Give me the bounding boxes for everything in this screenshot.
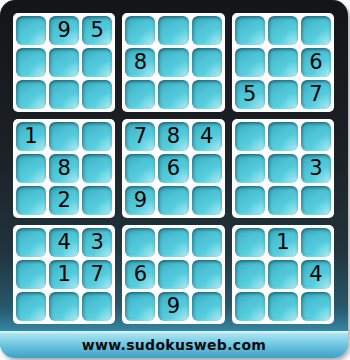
cell-r1c1[interactable] (16, 16, 46, 45)
cell-r3c3[interactable] (82, 80, 112, 109)
cell-r3c1[interactable] (16, 80, 46, 109)
cell-r6c2[interactable]: 2 (49, 186, 79, 215)
cell-r5c2[interactable]: 8 (49, 154, 79, 183)
cell-r7c2[interactable]: 4 (49, 228, 79, 257)
board-frame: 95865718278469343176914 (0, 0, 348, 331)
cell-r1c8[interactable] (268, 16, 298, 45)
cell-r5c5[interactable]: 6 (158, 154, 188, 183)
cell-r7c6[interactable] (192, 228, 222, 257)
block-1-3: 657 (232, 13, 334, 112)
cell-r7c5[interactable] (158, 228, 188, 257)
cell-r7c9[interactable] (301, 228, 331, 257)
cell-r7c3[interactable]: 3 (82, 228, 112, 257)
block-1-1: 95 (13, 13, 115, 112)
cell-r1c3[interactable]: 5 (82, 16, 112, 45)
cell-r6c9[interactable] (301, 186, 331, 215)
cell-r8c1[interactable] (16, 260, 46, 289)
cell-r8c7[interactable] (235, 260, 265, 289)
cell-r5c4[interactable] (125, 154, 155, 183)
cell-r9c8[interactable] (268, 292, 298, 321)
cell-r3c6[interactable] (192, 80, 222, 109)
cell-r9c2[interactable] (49, 292, 79, 321)
cell-r2c4[interactable]: 8 (125, 48, 155, 77)
cell-r8c8[interactable] (268, 260, 298, 289)
cell-r2c8[interactable] (268, 48, 298, 77)
cell-r9c6[interactable] (192, 292, 222, 321)
cell-r5c8[interactable] (268, 154, 298, 183)
cell-r6c3[interactable] (82, 186, 112, 215)
cell-r4c5[interactable]: 8 (158, 122, 188, 151)
cell-r6c5[interactable] (158, 186, 188, 215)
cell-r2c1[interactable] (16, 48, 46, 77)
cell-r6c4[interactable]: 9 (125, 186, 155, 215)
cell-r2c9[interactable]: 6 (301, 48, 331, 77)
cell-r1c2[interactable]: 9 (49, 16, 79, 45)
cell-r6c8[interactable] (268, 186, 298, 215)
cell-r8c6[interactable] (192, 260, 222, 289)
cell-r6c6[interactable] (192, 186, 222, 215)
block-2-1: 182 (13, 119, 115, 218)
cell-r2c6[interactable] (192, 48, 222, 77)
cell-r5c1[interactable] (16, 154, 46, 183)
cell-r9c4[interactable] (125, 292, 155, 321)
cell-r1c9[interactable] (301, 16, 331, 45)
cell-r1c6[interactable] (192, 16, 222, 45)
cell-r3c5[interactable] (158, 80, 188, 109)
cell-r4c3[interactable] (82, 122, 112, 151)
cell-r3c9[interactable]: 7 (301, 80, 331, 109)
cell-r5c3[interactable] (82, 154, 112, 183)
cell-r7c4[interactable] (125, 228, 155, 257)
cell-r6c1[interactable] (16, 186, 46, 215)
cell-r2c2[interactable] (49, 48, 79, 77)
cell-r7c8[interactable]: 1 (268, 228, 298, 257)
cell-r4c9[interactable] (301, 122, 331, 151)
cell-r4c1[interactable]: 1 (16, 122, 46, 151)
sudoku-page: 95865718278469343176914 www.sudokusweb.c… (0, 0, 350, 360)
cell-r8c9[interactable]: 4 (301, 260, 331, 289)
cell-r9c3[interactable] (82, 292, 112, 321)
cell-r8c4[interactable]: 6 (125, 260, 155, 289)
cell-r5c9[interactable]: 3 (301, 154, 331, 183)
sudoku-grid: 95865718278469343176914 (13, 13, 334, 324)
site-url-link[interactable]: www.sudokusweb.com (82, 337, 266, 353)
cell-r9c7[interactable] (235, 292, 265, 321)
cell-r3c2[interactable] (49, 80, 79, 109)
cell-r1c5[interactable] (158, 16, 188, 45)
cell-r8c5[interactable] (158, 260, 188, 289)
block-2-3: 3 (232, 119, 334, 218)
sudoku-board: 95865718278469343176914 www.sudokusweb.c… (0, 0, 348, 358)
cell-r9c1[interactable] (16, 292, 46, 321)
cell-r4c4[interactable]: 7 (125, 122, 155, 151)
cell-r1c4[interactable] (125, 16, 155, 45)
cell-r9c9[interactable] (301, 292, 331, 321)
cell-r3c7[interactable]: 5 (235, 80, 265, 109)
cell-r9c5[interactable]: 9 (158, 292, 188, 321)
cell-r5c7[interactable] (235, 154, 265, 183)
cell-r8c2[interactable]: 1 (49, 260, 79, 289)
block-2-2: 78469 (122, 119, 224, 218)
cell-r7c7[interactable] (235, 228, 265, 257)
cell-r4c8[interactable] (268, 122, 298, 151)
cell-r4c2[interactable] (49, 122, 79, 151)
cell-r1c7[interactable] (235, 16, 265, 45)
cell-r4c7[interactable] (235, 122, 265, 151)
block-3-2: 69 (122, 225, 224, 324)
cell-r2c5[interactable] (158, 48, 188, 77)
cell-r7c1[interactable] (16, 228, 46, 257)
cell-r2c7[interactable] (235, 48, 265, 77)
cell-r6c7[interactable] (235, 186, 265, 215)
cell-r8c3[interactable]: 7 (82, 260, 112, 289)
cell-r5c6[interactable] (192, 154, 222, 183)
cell-r4c6[interactable]: 4 (192, 122, 222, 151)
cell-r2c3[interactable] (82, 48, 112, 77)
footer-bar: www.sudokusweb.com (0, 331, 348, 358)
cell-r3c8[interactable] (268, 80, 298, 109)
block-1-2: 8 (122, 13, 224, 112)
block-3-3: 14 (232, 225, 334, 324)
cell-r3c4[interactable] (125, 80, 155, 109)
block-3-1: 4317 (13, 225, 115, 324)
